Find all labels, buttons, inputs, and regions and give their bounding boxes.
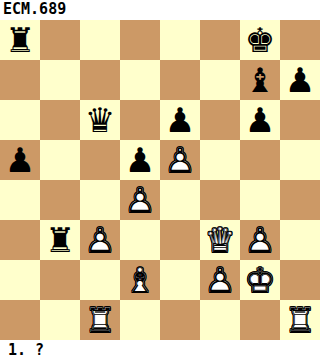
square-d8[interactable] [120, 20, 160, 60]
square-a7[interactable] [0, 60, 40, 100]
square-a8[interactable]: ♜ [0, 20, 40, 60]
square-b3[interactable]: ♜ [40, 220, 80, 260]
move-prompt: 1. ? [0, 340, 320, 360]
square-f4[interactable] [200, 180, 240, 220]
square-b7[interactable] [40, 60, 80, 100]
white-pawn-fill: ♟ [200, 260, 240, 300]
white-bishop-fill: ♝ [120, 260, 160, 300]
white-pawn: ♟♙ [240, 220, 280, 260]
black-queen: ♛ [80, 100, 120, 140]
chess-diagram: ECM.689 ♜♚♝♟♛♟♟♟♟♟♙♟♙♜♟♙♛♕♟♙♝♗♟♙♚♔♜♖♜♖ 1… [0, 0, 320, 360]
square-h2[interactable] [280, 260, 320, 300]
white-pawn: ♟♙ [80, 220, 120, 260]
square-b2[interactable] [40, 260, 80, 300]
black-pawn: ♟ [120, 140, 160, 180]
black-rook: ♜ [0, 20, 40, 60]
square-b6[interactable] [40, 100, 80, 140]
square-f6[interactable] [200, 100, 240, 140]
square-f1[interactable] [200, 300, 240, 340]
white-pawn-glyph: ♙ [80, 220, 120, 260]
square-c1[interactable]: ♜♖ [80, 300, 120, 340]
white-queen-glyph: ♕ [200, 220, 240, 260]
white-pawn-fill: ♟ [80, 220, 120, 260]
square-e5[interactable]: ♟♙ [160, 140, 200, 180]
square-g7[interactable]: ♝ [240, 60, 280, 100]
square-g4[interactable] [240, 180, 280, 220]
chess-board: ♜♚♝♟♛♟♟♟♟♟♙♟♙♜♟♙♛♕♟♙♝♗♟♙♚♔♜♖♜♖ [0, 20, 320, 340]
white-queen: ♛♕ [200, 220, 240, 260]
square-d6[interactable] [120, 100, 160, 140]
square-d4[interactable]: ♟♙ [120, 180, 160, 220]
square-g6[interactable]: ♟ [240, 100, 280, 140]
square-h5[interactable] [280, 140, 320, 180]
square-a5[interactable]: ♟ [0, 140, 40, 180]
square-a3[interactable] [0, 220, 40, 260]
white-rook-glyph: ♖ [80, 300, 120, 340]
white-rook-glyph: ♖ [280, 300, 320, 340]
square-h3[interactable] [280, 220, 320, 260]
white-pawn: ♟♙ [160, 140, 200, 180]
black-pawn-glyph: ♟ [120, 140, 160, 180]
white-queen-fill: ♛ [200, 220, 240, 260]
square-c8[interactable] [80, 20, 120, 60]
square-g3[interactable]: ♟♙ [240, 220, 280, 260]
square-f8[interactable] [200, 20, 240, 60]
black-rook-glyph: ♜ [0, 20, 40, 60]
black-rook: ♜ [40, 220, 80, 260]
white-pawn-glyph: ♙ [120, 180, 160, 220]
square-e1[interactable] [160, 300, 200, 340]
square-e6[interactable]: ♟ [160, 100, 200, 140]
black-rook-glyph: ♜ [40, 220, 80, 260]
square-g8[interactable]: ♚ [240, 20, 280, 60]
square-c7[interactable] [80, 60, 120, 100]
white-rook-fill: ♜ [80, 300, 120, 340]
white-king-glyph: ♔ [240, 260, 280, 300]
black-pawn-glyph: ♟ [240, 100, 280, 140]
square-e7[interactable] [160, 60, 200, 100]
square-f3[interactable]: ♛♕ [200, 220, 240, 260]
black-pawn-glyph: ♟ [280, 60, 320, 100]
black-pawn-glyph: ♟ [0, 140, 40, 180]
square-b1[interactable] [40, 300, 80, 340]
black-king-glyph: ♚ [240, 20, 280, 60]
square-a6[interactable] [0, 100, 40, 140]
square-g2[interactable]: ♚♔ [240, 260, 280, 300]
white-rook: ♜♖ [80, 300, 120, 340]
square-a1[interactable] [0, 300, 40, 340]
square-d1[interactable] [120, 300, 160, 340]
white-pawn-glyph: ♙ [160, 140, 200, 180]
white-rook-fill: ♜ [280, 300, 320, 340]
square-g5[interactable] [240, 140, 280, 180]
square-d2[interactable]: ♝♗ [120, 260, 160, 300]
square-h4[interactable] [280, 180, 320, 220]
black-pawn: ♟ [280, 60, 320, 100]
white-pawn: ♟♙ [200, 260, 240, 300]
square-h7[interactable]: ♟ [280, 60, 320, 100]
square-f5[interactable] [200, 140, 240, 180]
black-bishop-glyph: ♝ [240, 60, 280, 100]
white-bishop-glyph: ♗ [120, 260, 160, 300]
square-d7[interactable] [120, 60, 160, 100]
square-d5[interactable]: ♟ [120, 140, 160, 180]
white-bishop: ♝♗ [120, 260, 160, 300]
square-h1[interactable]: ♜♖ [280, 300, 320, 340]
square-e3[interactable] [160, 220, 200, 260]
square-e2[interactable] [160, 260, 200, 300]
black-king: ♚ [240, 20, 280, 60]
square-c3[interactable]: ♟♙ [80, 220, 120, 260]
white-king-fill: ♚ [240, 260, 280, 300]
square-b5[interactable] [40, 140, 80, 180]
white-pawn-glyph: ♙ [240, 220, 280, 260]
black-pawn: ♟ [0, 140, 40, 180]
square-c5[interactable] [80, 140, 120, 180]
square-c6[interactable]: ♛ [80, 100, 120, 140]
square-f7[interactable] [200, 60, 240, 100]
square-e4[interactable] [160, 180, 200, 220]
square-a4[interactable] [0, 180, 40, 220]
square-c4[interactable] [80, 180, 120, 220]
square-e8[interactable] [160, 20, 200, 60]
black-pawn-glyph: ♟ [160, 100, 200, 140]
white-rook: ♜♖ [280, 300, 320, 340]
white-king: ♚♔ [240, 260, 280, 300]
square-g1[interactable] [240, 300, 280, 340]
square-h6[interactable] [280, 100, 320, 140]
white-pawn-fill: ♟ [120, 180, 160, 220]
square-d3[interactable] [120, 220, 160, 260]
square-h8[interactable] [280, 20, 320, 60]
white-pawn-fill: ♟ [160, 140, 200, 180]
white-pawn-fill: ♟ [240, 220, 280, 260]
square-c2[interactable] [80, 260, 120, 300]
square-a2[interactable] [0, 260, 40, 300]
black-bishop: ♝ [240, 60, 280, 100]
square-f2[interactable]: ♟♙ [200, 260, 240, 300]
black-pawn: ♟ [160, 100, 200, 140]
black-pawn: ♟ [240, 100, 280, 140]
square-b8[interactable] [40, 20, 80, 60]
white-pawn: ♟♙ [120, 180, 160, 220]
diagram-title: ECM.689 [0, 0, 320, 20]
black-queen-glyph: ♛ [80, 100, 120, 140]
square-b4[interactable] [40, 180, 80, 220]
white-pawn-glyph: ♙ [200, 260, 240, 300]
